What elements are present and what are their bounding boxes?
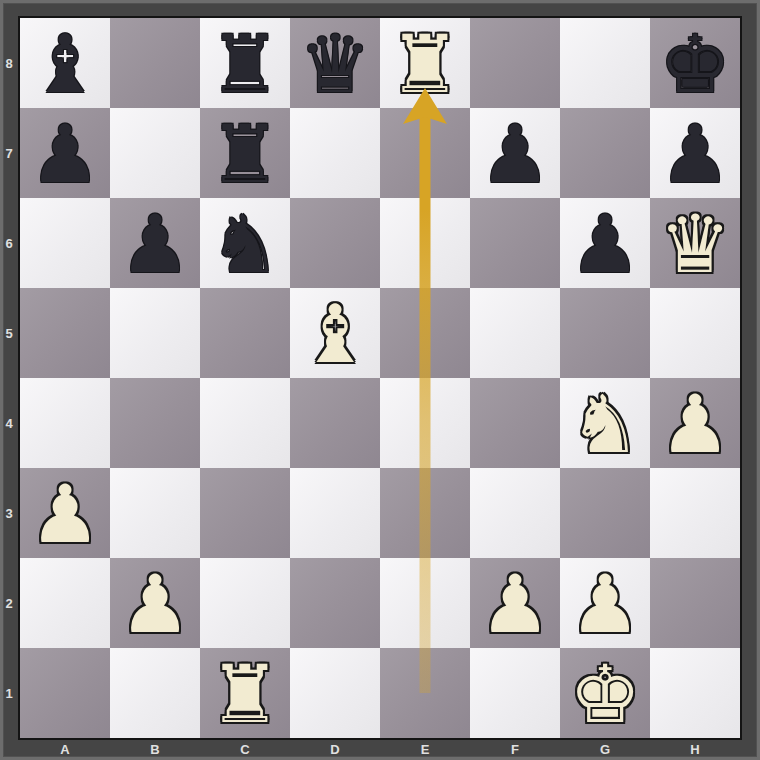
square-h7[interactable]: ♟ <box>650 108 740 198</box>
square-c3[interactable] <box>200 468 290 558</box>
square-c5[interactable] <box>200 288 290 378</box>
file-label-a: A <box>20 740 110 758</box>
square-g3[interactable] <box>560 468 650 558</box>
square-a2[interactable] <box>20 558 110 648</box>
piece-white-queen-h6[interactable]: ♛ <box>659 205 731 285</box>
piece-white-rook-c1[interactable]: ♜ <box>209 655 281 735</box>
piece-black-queen-d8[interactable]: ♛ <box>299 25 371 105</box>
square-g5[interactable] <box>560 288 650 378</box>
square-c2[interactable] <box>200 558 290 648</box>
square-f2[interactable]: ♟ <box>470 558 560 648</box>
square-h8[interactable]: ♚ <box>650 18 740 108</box>
square-h1[interactable] <box>650 648 740 738</box>
rank-label-2: 2 <box>0 558 18 648</box>
rank-label-4: 4 <box>0 378 18 468</box>
file-label-h: H <box>650 740 740 758</box>
piece-black-rook-c7[interactable]: ♜ <box>209 115 281 195</box>
piece-white-pawn-g2[interactable]: ♟ <box>569 565 641 645</box>
square-g1[interactable]: ♚ <box>560 648 650 738</box>
square-e3[interactable] <box>380 468 470 558</box>
chess-board-frame: 87654321 ABCDEFGH ♝♜♛♜♚♟♜♟♟♟♞♟♛♝♞♟♟♟♟♟♜♚ <box>0 0 760 760</box>
piece-white-pawn-a3[interactable]: ♟ <box>29 475 101 555</box>
piece-white-knight-g4[interactable]: ♞ <box>569 385 641 465</box>
rank-label-6: 6 <box>0 198 18 288</box>
square-b5[interactable] <box>110 288 200 378</box>
square-h5[interactable] <box>650 288 740 378</box>
piece-white-rook-e8[interactable]: ♜ <box>389 25 461 105</box>
square-a6[interactable] <box>20 198 110 288</box>
square-e5[interactable] <box>380 288 470 378</box>
file-label-c: C <box>200 740 290 758</box>
square-b2[interactable]: ♟ <box>110 558 200 648</box>
piece-black-bishop-a8[interactable]: ♝ <box>29 25 101 105</box>
square-g7[interactable] <box>560 108 650 198</box>
square-h3[interactable] <box>650 468 740 558</box>
square-e8[interactable]: ♜ <box>380 18 470 108</box>
square-d8[interactable]: ♛ <box>290 18 380 108</box>
square-a3[interactable]: ♟ <box>20 468 110 558</box>
square-c1[interactable]: ♜ <box>200 648 290 738</box>
square-d7[interactable] <box>290 108 380 198</box>
square-h2[interactable] <box>650 558 740 648</box>
piece-white-pawn-b2[interactable]: ♟ <box>119 565 191 645</box>
square-a7[interactable]: ♟ <box>20 108 110 198</box>
square-b6[interactable]: ♟ <box>110 198 200 288</box>
square-b3[interactable] <box>110 468 200 558</box>
square-g2[interactable]: ♟ <box>560 558 650 648</box>
square-f5[interactable] <box>470 288 560 378</box>
rank-label-3: 3 <box>0 468 18 558</box>
square-g8[interactable] <box>560 18 650 108</box>
file-label-f: F <box>470 740 560 758</box>
piece-black-pawn-a7[interactable]: ♟ <box>29 115 101 195</box>
square-f8[interactable] <box>470 18 560 108</box>
square-d4[interactable] <box>290 378 380 468</box>
square-d3[interactable] <box>290 468 380 558</box>
square-e1[interactable] <box>380 648 470 738</box>
piece-black-rook-c8[interactable]: ♜ <box>209 25 281 105</box>
rank-label-7: 7 <box>0 108 18 198</box>
square-d2[interactable] <box>290 558 380 648</box>
chess-board: ♝♜♛♜♚♟♜♟♟♟♞♟♛♝♞♟♟♟♟♟♜♚ <box>18 16 742 740</box>
piece-black-pawn-h7[interactable]: ♟ <box>659 115 731 195</box>
square-b1[interactable] <box>110 648 200 738</box>
piece-black-pawn-b6[interactable]: ♟ <box>119 205 191 285</box>
piece-white-pawn-h4[interactable]: ♟ <box>659 385 731 465</box>
square-b8[interactable] <box>110 18 200 108</box>
rank-label-5: 5 <box>0 288 18 378</box>
piece-black-pawn-f7[interactable]: ♟ <box>479 115 551 195</box>
square-a5[interactable] <box>20 288 110 378</box>
file-label-g: G <box>560 740 650 758</box>
square-g4[interactable]: ♞ <box>560 378 650 468</box>
square-f4[interactable] <box>470 378 560 468</box>
square-a8[interactable]: ♝ <box>20 18 110 108</box>
square-c8[interactable]: ♜ <box>200 18 290 108</box>
rank-label-1: 1 <box>0 648 18 738</box>
square-h6[interactable]: ♛ <box>650 198 740 288</box>
square-c4[interactable] <box>200 378 290 468</box>
piece-white-bishop-d5[interactable]: ♝ <box>299 295 371 375</box>
square-b4[interactable] <box>110 378 200 468</box>
square-e6[interactable] <box>380 198 470 288</box>
square-e4[interactable] <box>380 378 470 468</box>
square-f7[interactable]: ♟ <box>470 108 560 198</box>
square-e7[interactable] <box>380 108 470 198</box>
square-a1[interactable] <box>20 648 110 738</box>
file-label-d: D <box>290 740 380 758</box>
square-c6[interactable]: ♞ <box>200 198 290 288</box>
square-h4[interactable]: ♟ <box>650 378 740 468</box>
square-d1[interactable] <box>290 648 380 738</box>
square-b7[interactable] <box>110 108 200 198</box>
square-f1[interactable] <box>470 648 560 738</box>
file-label-b: B <box>110 740 200 758</box>
square-c7[interactable]: ♜ <box>200 108 290 198</box>
square-e2[interactable] <box>380 558 470 648</box>
piece-black-king-h8[interactable]: ♚ <box>659 25 731 105</box>
square-f3[interactable] <box>470 468 560 558</box>
square-g6[interactable]: ♟ <box>560 198 650 288</box>
piece-white-pawn-f2[interactable]: ♟ <box>479 565 551 645</box>
piece-black-pawn-g6[interactable]: ♟ <box>569 205 641 285</box>
square-d6[interactable] <box>290 198 380 288</box>
square-d5[interactable]: ♝ <box>290 288 380 378</box>
piece-black-knight-c6[interactable]: ♞ <box>209 205 281 285</box>
rank-label-8: 8 <box>0 18 18 108</box>
square-a4[interactable] <box>20 378 110 468</box>
square-f6[interactable] <box>470 198 560 288</box>
file-label-e: E <box>380 740 470 758</box>
piece-white-king-g1[interactable]: ♚ <box>569 655 641 735</box>
